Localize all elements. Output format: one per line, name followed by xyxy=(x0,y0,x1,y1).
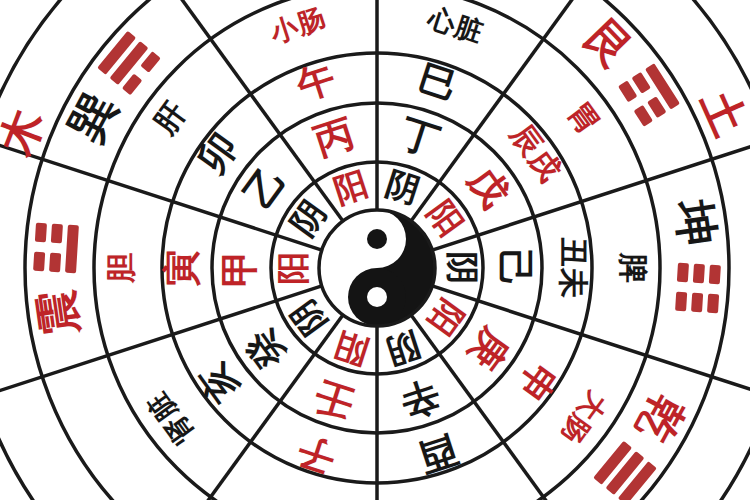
trigram-name-ji: 坤 xyxy=(670,198,721,249)
trigram-bar xyxy=(693,263,705,283)
organ-jia: 胆 xyxy=(106,253,136,283)
trigram-bar xyxy=(50,224,62,244)
trigram-line-broken xyxy=(691,263,705,312)
trigram-symbol-ji xyxy=(675,262,721,313)
trigram-bar xyxy=(34,223,46,243)
stem-ji: 己 xyxy=(496,249,534,287)
trigram-bar xyxy=(709,264,721,284)
yinyang-ji: 阴 xyxy=(446,252,479,285)
branch-ji: 丑未 xyxy=(558,237,588,299)
organ-ji: 脾 xyxy=(618,253,648,283)
taiji-bagua-wheel: 阴丁巳心脏阳戊辰戌胃艮阴己丑未脾坤阳庚申大肠乾阴辛酉阳壬子阴癸亥肾脏阳甲寅胆震阴… xyxy=(0,0,750,500)
stem-jia: 甲 xyxy=(220,249,258,287)
trigram-name-jia: 震 xyxy=(33,287,84,338)
yinyang-jia: 阳 xyxy=(276,252,309,285)
trigram-line-broken xyxy=(33,223,47,272)
trigram-bar xyxy=(33,252,45,272)
trigram-bar xyxy=(49,253,61,273)
trigram-line-broken xyxy=(675,262,689,311)
trigram-bar xyxy=(707,293,719,313)
trigram-bar xyxy=(675,291,687,311)
trigram-bar xyxy=(677,262,689,282)
trigram-line-broken xyxy=(49,224,63,273)
branch-jia: 寅 xyxy=(163,250,200,287)
trigram-symbol-jia xyxy=(33,223,79,274)
trigram-bar xyxy=(691,292,703,312)
